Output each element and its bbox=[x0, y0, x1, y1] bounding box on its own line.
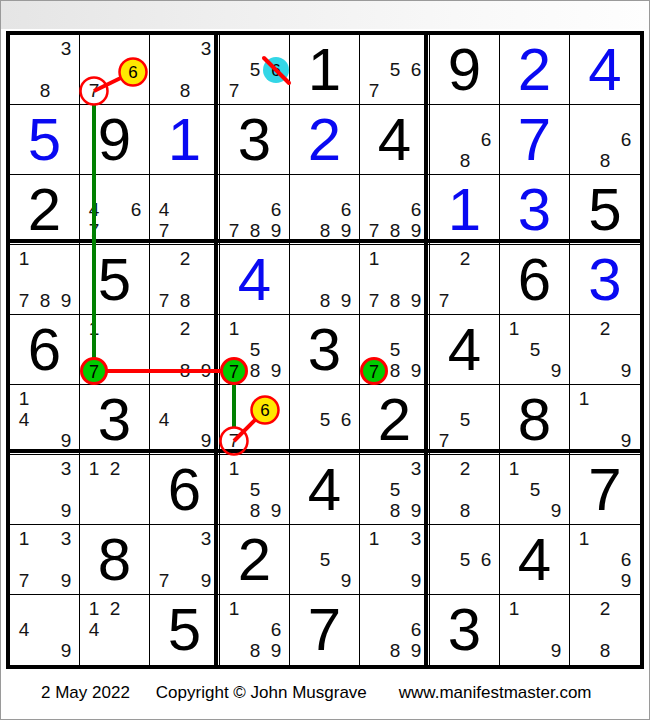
candidate-8: 8 bbox=[385, 291, 405, 311]
candidate-1: 1 bbox=[224, 599, 244, 619]
candidate-3: 3 bbox=[56, 529, 76, 549]
cell-r6c4[interactable]: 7 bbox=[220, 385, 290, 455]
candidate-4: 4 bbox=[154, 200, 174, 220]
cell-r7c2[interactable]: 12 bbox=[80, 455, 150, 525]
cell-r9c5[interactable]: 7 bbox=[290, 595, 360, 665]
given-digit: 9 bbox=[98, 110, 131, 170]
candidate-8: 8 bbox=[455, 501, 475, 521]
candidate-9: 9 bbox=[56, 641, 76, 661]
candidate-7: 7 bbox=[364, 291, 384, 311]
candidate-9: 9 bbox=[406, 221, 426, 241]
candidate-2: 2 bbox=[455, 459, 475, 479]
cell-r5c4[interactable]: 15789 bbox=[220, 315, 290, 385]
candidate-7: 7 bbox=[364, 361, 384, 381]
candidate-6: 6 bbox=[476, 550, 496, 570]
sudoku-board: 3873856715679245913246876824674767896896… bbox=[6, 31, 644, 669]
candidate-9: 9 bbox=[616, 571, 636, 591]
cell-r1c1[interactable]: 38 bbox=[10, 35, 80, 105]
candidate-9: 9 bbox=[546, 641, 566, 661]
candidate-7: 7 bbox=[84, 221, 104, 241]
box-separator-horizontal-2 bbox=[10, 449, 640, 453]
candidate-9: 9 bbox=[336, 221, 356, 241]
cell-r8c9[interactable]: 169 bbox=[570, 525, 640, 595]
candidate-4: 4 bbox=[14, 620, 34, 640]
given-digit: 4 bbox=[308, 460, 341, 520]
cell-r9c4[interactable]: 1689 bbox=[220, 595, 290, 665]
solved-digit: 2 bbox=[308, 110, 341, 170]
cell-r7c7[interactable]: 28 bbox=[430, 455, 500, 525]
candidate-1: 1 bbox=[224, 459, 244, 479]
given-digit: 6 bbox=[28, 320, 61, 380]
candidate-1: 1 bbox=[14, 389, 34, 409]
candidate-5: 5 bbox=[385, 340, 405, 360]
cell-r2c6[interactable]: 4 bbox=[360, 105, 430, 175]
candidate-2: 2 bbox=[175, 319, 195, 339]
candidate-7: 7 bbox=[154, 221, 174, 241]
cell-r2c8[interactable]: 7 bbox=[500, 105, 570, 175]
candidate-6: 6 bbox=[266, 60, 286, 80]
candidate-9: 9 bbox=[196, 571, 216, 591]
cell-r1c6[interactable]: 567 bbox=[360, 35, 430, 105]
candidate-5: 5 bbox=[525, 340, 545, 360]
candidate-7: 7 bbox=[84, 361, 104, 381]
candidate-3: 3 bbox=[196, 39, 216, 59]
cell-r7c4[interactable]: 1589 bbox=[220, 455, 290, 525]
cell-r6c3[interactable]: 49 bbox=[150, 385, 220, 455]
cell-r5c2[interactable]: 17 bbox=[80, 315, 150, 385]
cell-r1c5[interactable]: 1 bbox=[290, 35, 360, 105]
candidate-1: 1 bbox=[574, 389, 594, 409]
candidate-7: 7 bbox=[154, 291, 174, 311]
candidate-9: 9 bbox=[406, 501, 426, 521]
candidate-8: 8 bbox=[315, 291, 335, 311]
cell-r6c8[interactable]: 8 bbox=[500, 385, 570, 455]
cell-r4c9[interactable]: 3 bbox=[570, 245, 640, 315]
given-digit: 2 bbox=[378, 390, 411, 450]
cell-r7c9[interactable]: 7 bbox=[570, 455, 640, 525]
candidate-9: 9 bbox=[56, 501, 76, 521]
candidate-8: 8 bbox=[245, 361, 265, 381]
cell-r6c2[interactable]: 3 bbox=[80, 385, 150, 455]
candidate-9: 9 bbox=[56, 431, 76, 451]
cell-r9c7[interactable]: 3 bbox=[430, 595, 500, 665]
candidate-6: 6 bbox=[406, 620, 426, 640]
cell-r2c2[interactable]: 9 bbox=[80, 105, 150, 175]
candidate-1: 1 bbox=[504, 599, 524, 619]
candidate-2: 2 bbox=[105, 599, 125, 619]
candidate-9: 9 bbox=[196, 431, 216, 451]
cell-r6c6[interactable]: 2 bbox=[360, 385, 430, 455]
cell-r5c5[interactable]: 3 bbox=[290, 315, 360, 385]
candidate-9: 9 bbox=[616, 431, 636, 451]
candidate-9: 9 bbox=[406, 641, 426, 661]
candidate-7: 7 bbox=[84, 81, 104, 101]
cell-r3c2[interactable]: 467 bbox=[80, 175, 150, 245]
given-digit: 5 bbox=[588, 180, 621, 240]
given-digit: 2 bbox=[28, 180, 61, 240]
candidate-8: 8 bbox=[175, 291, 195, 311]
candidate-8: 8 bbox=[595, 151, 615, 171]
solved-digit: 1 bbox=[448, 180, 481, 240]
candidate-6: 6 bbox=[616, 550, 636, 570]
candidate-8: 8 bbox=[595, 641, 615, 661]
candidate-9: 9 bbox=[336, 291, 356, 311]
cell-r1c9[interactable]: 4 bbox=[570, 35, 640, 105]
cell-r7c1[interactable]: 39 bbox=[10, 455, 80, 525]
candidate-8: 8 bbox=[245, 221, 265, 241]
candidate-3: 3 bbox=[406, 529, 426, 549]
candidate-2: 2 bbox=[105, 459, 125, 479]
cell-r3c9[interactable]: 5 bbox=[570, 175, 640, 245]
candidate-6: 6 bbox=[266, 200, 286, 220]
candidate-6: 6 bbox=[126, 200, 146, 220]
cell-r3c7[interactable]: 1 bbox=[430, 175, 500, 245]
candidate-9: 9 bbox=[406, 361, 426, 381]
cell-r7c6[interactable]: 3589 bbox=[360, 455, 430, 525]
cell-r2c1[interactable]: 5 bbox=[10, 105, 80, 175]
candidate-2: 2 bbox=[175, 249, 195, 269]
candidate-5: 5 bbox=[385, 480, 405, 500]
cell-r2c4[interactable]: 3 bbox=[220, 105, 290, 175]
cell-r7c3[interactable]: 6 bbox=[150, 455, 220, 525]
cell-r4c7[interactable]: 27 bbox=[430, 245, 500, 315]
candidate-7: 7 bbox=[224, 221, 244, 241]
candidate-9: 9 bbox=[266, 221, 286, 241]
footer-date: 2 May 2022 bbox=[41, 683, 130, 703]
given-digit: 1 bbox=[308, 40, 341, 100]
given-digit: 4 bbox=[448, 320, 481, 380]
candidate-3: 3 bbox=[56, 459, 76, 479]
given-digit: 9 bbox=[448, 40, 481, 100]
solved-digit: 4 bbox=[588, 40, 621, 100]
cell-r4c2[interactable]: 5 bbox=[80, 245, 150, 315]
candidate-2: 2 bbox=[455, 249, 475, 269]
candidate-2: 2 bbox=[595, 319, 615, 339]
given-digit: 8 bbox=[98, 530, 131, 590]
solved-digit: 4 bbox=[238, 250, 271, 310]
candidate-5: 5 bbox=[245, 480, 265, 500]
candidate-7: 7 bbox=[14, 291, 34, 311]
cell-r6c5[interactable]: 56 bbox=[290, 385, 360, 455]
solved-digit: 1 bbox=[168, 110, 201, 170]
candidate-2: 2 bbox=[595, 599, 615, 619]
candidate-9: 9 bbox=[336, 571, 356, 591]
given-digit: 3 bbox=[98, 390, 131, 450]
given-digit: 8 bbox=[518, 390, 551, 450]
candidate-8: 8 bbox=[385, 221, 405, 241]
candidate-3: 3 bbox=[196, 529, 216, 549]
candidate-5: 5 bbox=[455, 550, 475, 570]
candidate-9: 9 bbox=[266, 361, 286, 381]
cell-r5c9[interactable]: 29 bbox=[570, 315, 640, 385]
cell-r2c7[interactable]: 68 bbox=[430, 105, 500, 175]
solved-digit: 3 bbox=[588, 250, 621, 310]
candidate-9: 9 bbox=[56, 571, 76, 591]
candidate-8: 8 bbox=[315, 221, 335, 241]
cell-r4c6[interactable]: 1789 bbox=[360, 245, 430, 315]
given-digit: 3 bbox=[308, 320, 341, 380]
cell-r4c8[interactable]: 6 bbox=[500, 245, 570, 315]
candidate-7: 7 bbox=[364, 81, 384, 101]
cell-r2c3[interactable]: 1 bbox=[150, 105, 220, 175]
given-digit: 3 bbox=[238, 110, 271, 170]
candidate-3: 3 bbox=[406, 459, 426, 479]
candidate-5: 5 bbox=[315, 550, 335, 570]
candidate-5: 5 bbox=[315, 410, 335, 430]
solved-digit: 7 bbox=[518, 110, 551, 170]
footer-copyright: Copyright © John Musgrave bbox=[156, 683, 367, 703]
cell-r3c6[interactable]: 6789 bbox=[360, 175, 430, 245]
solved-digit: 3 bbox=[518, 180, 551, 240]
cell-r8c2[interactable]: 8 bbox=[80, 525, 150, 595]
box-separator-horizontal-1 bbox=[10, 239, 640, 243]
cell-r9c1[interactable]: 49 bbox=[10, 595, 80, 665]
given-digit: 6 bbox=[518, 250, 551, 310]
cell-r8c7[interactable]: 56 bbox=[430, 525, 500, 595]
candidate-8: 8 bbox=[385, 641, 405, 661]
candidate-8: 8 bbox=[35, 81, 55, 101]
candidate-8: 8 bbox=[175, 361, 195, 381]
cell-r8c6[interactable]: 139 bbox=[360, 525, 430, 595]
candidate-1: 1 bbox=[84, 459, 104, 479]
candidate-8: 8 bbox=[35, 291, 55, 311]
cell-r3c8[interactable]: 3 bbox=[500, 175, 570, 245]
candidate-4: 4 bbox=[84, 620, 104, 640]
cell-r8c3[interactable]: 379 bbox=[150, 525, 220, 595]
candidate-1: 1 bbox=[364, 249, 384, 269]
candidate-6: 6 bbox=[266, 620, 286, 640]
cell-r8c1[interactable]: 1379 bbox=[10, 525, 80, 595]
cell-r9c9[interactable]: 28 bbox=[570, 595, 640, 665]
cell-r2c9[interactable]: 68 bbox=[570, 105, 640, 175]
candidate-1: 1 bbox=[84, 599, 104, 619]
candidate-5: 5 bbox=[245, 340, 265, 360]
candidate-6: 6 bbox=[406, 200, 426, 220]
candidate-6: 6 bbox=[336, 410, 356, 430]
cell-r1c8[interactable]: 2 bbox=[500, 35, 570, 105]
cell-r8c8[interactable]: 4 bbox=[500, 525, 570, 595]
solved-digit: 5 bbox=[28, 110, 61, 170]
candidate-1: 1 bbox=[364, 529, 384, 549]
box-separator-vertical-2 bbox=[424, 35, 428, 665]
cell-r7c5[interactable]: 4 bbox=[290, 455, 360, 525]
candidate-4: 4 bbox=[154, 410, 174, 430]
cell-r3c4[interactable]: 6789 bbox=[220, 175, 290, 245]
candidate-9: 9 bbox=[406, 571, 426, 591]
cell-r9c2[interactable]: 124 bbox=[80, 595, 150, 665]
cell-r3c1[interactable]: 2 bbox=[10, 175, 80, 245]
cell-r5c8[interactable]: 159 bbox=[500, 315, 570, 385]
given-digit: 5 bbox=[168, 600, 201, 660]
candidate-6: 6 bbox=[476, 130, 496, 150]
candidate-7: 7 bbox=[364, 221, 384, 241]
cell-r1c2[interactable]: 7 bbox=[80, 35, 150, 105]
given-digit: 5 bbox=[98, 250, 131, 310]
cell-r2c5[interactable]: 2 bbox=[290, 105, 360, 175]
cell-r1c3[interactable]: 38 bbox=[150, 35, 220, 105]
cell-r4c5[interactable]: 89 bbox=[290, 245, 360, 315]
cell-r1c4[interactable]: 567 bbox=[220, 35, 290, 105]
candidate-7: 7 bbox=[224, 431, 244, 451]
candidate-7: 7 bbox=[224, 81, 244, 101]
header-bar bbox=[1, 1, 649, 29]
candidate-9: 9 bbox=[616, 361, 636, 381]
cell-r5c7[interactable]: 4 bbox=[430, 315, 500, 385]
cell-r9c3[interactable]: 5 bbox=[150, 595, 220, 665]
cell-r6c9[interactable]: 19 bbox=[570, 385, 640, 455]
given-digit: 3 bbox=[448, 600, 481, 660]
given-digit: 2 bbox=[238, 530, 271, 590]
given-digit: 7 bbox=[308, 600, 341, 660]
cell-r3c5[interactable]: 689 bbox=[290, 175, 360, 245]
candidate-7: 7 bbox=[434, 431, 454, 451]
candidate-9: 9 bbox=[196, 361, 216, 381]
candidate-1: 1 bbox=[224, 319, 244, 339]
candidate-4: 4 bbox=[84, 200, 104, 220]
cell-r4c1[interactable]: 1789 bbox=[10, 245, 80, 315]
cell-r1c7[interactable]: 9 bbox=[430, 35, 500, 105]
cell-r5c1[interactable]: 6 bbox=[10, 315, 80, 385]
cell-r6c1[interactable]: 149 bbox=[10, 385, 80, 455]
candidate-8: 8 bbox=[455, 151, 475, 171]
candidate-8: 8 bbox=[245, 501, 265, 521]
given-digit: 4 bbox=[518, 530, 551, 590]
candidate-7: 7 bbox=[154, 571, 174, 591]
cell-r8c5[interactable]: 59 bbox=[290, 525, 360, 595]
cell-r4c3[interactable]: 278 bbox=[150, 245, 220, 315]
candidate-6: 6 bbox=[406, 60, 426, 80]
candidate-9: 9 bbox=[266, 501, 286, 521]
box-separator-vertical-1 bbox=[214, 35, 218, 665]
cell-r8c4[interactable]: 2 bbox=[220, 525, 290, 595]
candidate-8: 8 bbox=[245, 641, 265, 661]
candidate-5: 5 bbox=[385, 60, 405, 80]
cell-r4c4[interactable]: 4 bbox=[220, 245, 290, 315]
candidate-1: 1 bbox=[14, 249, 34, 269]
candidate-9: 9 bbox=[546, 501, 566, 521]
candidate-5: 5 bbox=[525, 480, 545, 500]
candidate-7: 7 bbox=[434, 291, 454, 311]
candidate-5: 5 bbox=[245, 60, 265, 80]
cell-r9c8[interactable]: 19 bbox=[500, 595, 570, 665]
candidate-4: 4 bbox=[14, 410, 34, 430]
candidate-7: 7 bbox=[14, 571, 34, 591]
cell-r9c6[interactable]: 689 bbox=[360, 595, 430, 665]
candidate-7: 7 bbox=[224, 361, 244, 381]
candidate-1: 1 bbox=[574, 529, 594, 549]
candidate-6: 6 bbox=[336, 200, 356, 220]
candidate-9: 9 bbox=[56, 291, 76, 311]
candidate-5: 5 bbox=[455, 410, 475, 430]
candidate-1: 1 bbox=[504, 319, 524, 339]
candidate-1: 1 bbox=[504, 459, 524, 479]
candidate-8: 8 bbox=[385, 361, 405, 381]
given-digit: 6 bbox=[168, 460, 201, 520]
given-digit: 7 bbox=[588, 460, 621, 520]
footer: 2 May 2022 Copyright © John Musgrave www… bbox=[1, 673, 649, 713]
candidate-1: 1 bbox=[14, 529, 34, 549]
sudoku-page: 3873856715679245913246876824674767896896… bbox=[0, 0, 650, 720]
candidate-1: 1 bbox=[84, 319, 104, 339]
candidate-9: 9 bbox=[406, 291, 426, 311]
cell-r6c7[interactable]: 57 bbox=[430, 385, 500, 455]
given-digit: 4 bbox=[378, 110, 411, 170]
solved-digit: 2 bbox=[518, 40, 551, 100]
candidate-6: 6 bbox=[616, 130, 636, 150]
candidate-3: 3 bbox=[56, 39, 76, 59]
cell-r5c3[interactable]: 289 bbox=[150, 315, 220, 385]
cell-r7c8[interactable]: 159 bbox=[500, 455, 570, 525]
footer-website-link[interactable]: www.manifestmaster.com bbox=[399, 683, 592, 703]
candidate-8: 8 bbox=[385, 501, 405, 521]
cell-r3c3[interactable]: 47 bbox=[150, 175, 220, 245]
candidate-9: 9 bbox=[546, 361, 566, 381]
candidate-8: 8 bbox=[175, 81, 195, 101]
candidate-9: 9 bbox=[266, 641, 286, 661]
cell-r5c6[interactable]: 5789 bbox=[360, 315, 430, 385]
